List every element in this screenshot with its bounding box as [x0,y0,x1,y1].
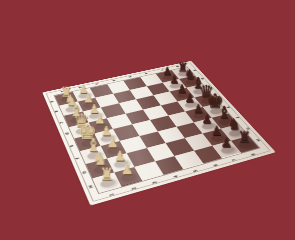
piece-black-rook-h8[interactable]: ♜ [234,129,255,144]
square-h1[interactable]: ♜ [93,172,122,193]
square-h3[interactable] [135,161,164,181]
chess-board: ABCDEFGH ABCDEFGH 12345678 12345678 ♜♟♟♜… [43,61,277,206]
square-h7[interactable]: ♟ [213,141,242,159]
board-squares: ♜♟♟♜♞♟♟♞♝♟♟♝♛♟♟♛♚♟♟♚♝♟♟♝♞♟♟♞♜♟♟♜ [55,67,259,193]
piece-white-rook-h1[interactable]: ♜ [95,166,118,182]
perspective-scene: ABCDEFGH ABCDEFGH 12345678 12345678 ♜♟♟♜… [0,0,295,240]
board-frame: ABCDEFGH ABCDEFGH 12345678 12345678 ♜♟♟♜… [43,61,277,206]
piece-black-pawn-h7[interactable]: ♟ [216,136,238,149]
piece-white-pawn-h2[interactable]: ♟ [117,163,140,177]
photo-background: ABCDEFGH ABCDEFGH 12345678 12345678 ♜♟♟♜… [0,0,295,240]
